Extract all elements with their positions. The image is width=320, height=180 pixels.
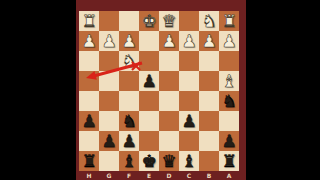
- black-rook-a8: ♜: [219, 151, 239, 171]
- square-b7[interactable]: [199, 131, 219, 151]
- square-f5[interactable]: [119, 91, 139, 111]
- square-f1[interactable]: [119, 11, 139, 31]
- square-c5[interactable]: [179, 91, 199, 111]
- white-pawn-a2: ♟: [219, 31, 239, 51]
- square-e5[interactable]: [139, 91, 159, 111]
- square-g5[interactable]: [99, 91, 119, 111]
- file-label-a: A: [219, 171, 239, 180]
- black-bishop-c8: ♝: [179, 151, 199, 171]
- white-queen-d1: ♛: [159, 11, 179, 31]
- black-pawn-f7: ♟: [119, 131, 139, 151]
- square-f2[interactable]: ♟: [119, 31, 139, 51]
- square-d2[interactable]: ♟: [159, 31, 179, 51]
- square-d8[interactable]: ♛: [159, 151, 179, 171]
- square-f6[interactable]: ♞: [119, 111, 139, 131]
- chess-board-frame: ♜♚♛♞♜♟♟♟♟♟♟♟♞♟♝♞♟♞♟♟♟♟♜♝♚♛♝♜ HGFEDCBA: [76, 0, 246, 180]
- square-e8[interactable]: ♚: [139, 151, 159, 171]
- square-d5[interactable]: [159, 91, 179, 111]
- white-pawn-b2: ♟: [199, 31, 219, 51]
- black-pawn-a7: ♟: [219, 131, 239, 151]
- square-e6[interactable]: [139, 111, 159, 131]
- square-e3[interactable]: [139, 51, 159, 71]
- square-f3[interactable]: ♞: [119, 51, 139, 71]
- square-a6[interactable]: [219, 111, 239, 131]
- file-labels: HGFEDCBA: [79, 171, 239, 180]
- file-label-d: D: [159, 171, 179, 180]
- square-d4[interactable]: [159, 71, 179, 91]
- square-d7[interactable]: [159, 131, 179, 151]
- square-h1[interactable]: ♜: [79, 11, 99, 31]
- black-pawn-e4: ♟: [139, 71, 159, 91]
- black-pawn-c6: ♟: [179, 111, 199, 131]
- square-c7[interactable]: [179, 131, 199, 151]
- white-rook-a1: ♜: [219, 11, 239, 31]
- square-e4[interactable]: ♟: [139, 71, 159, 91]
- white-pawn-d2: ♟: [159, 31, 179, 51]
- file-label-h: H: [79, 171, 99, 180]
- square-a4[interactable]: ♝: [219, 71, 239, 91]
- square-b4[interactable]: [199, 71, 219, 91]
- file-label-b: B: [199, 171, 219, 180]
- square-g6[interactable]: [99, 111, 119, 131]
- black-queen-d8: ♛: [159, 151, 179, 171]
- square-c2[interactable]: ♟: [179, 31, 199, 51]
- square-g8[interactable]: [99, 151, 119, 171]
- video-frame: { "game": "chess", "perspective": "black…: [0, 0, 320, 180]
- square-h3[interactable]: [79, 51, 99, 71]
- square-d6[interactable]: [159, 111, 179, 131]
- white-pawn-c2: ♟: [179, 31, 199, 51]
- square-f7[interactable]: ♟: [119, 131, 139, 151]
- square-d3[interactable]: [159, 51, 179, 71]
- white-pawn-g2: ♟: [99, 31, 119, 51]
- square-c1[interactable]: [179, 11, 199, 31]
- square-h8[interactable]: ♜: [79, 151, 99, 171]
- square-h6[interactable]: ♟: [79, 111, 99, 131]
- black-king-e8: ♚: [139, 151, 159, 171]
- square-g3[interactable]: [99, 51, 119, 71]
- square-h2[interactable]: ♟: [79, 31, 99, 51]
- white-knight-b1: ♞: [199, 11, 219, 31]
- square-b2[interactable]: ♟: [199, 31, 219, 51]
- square-a1[interactable]: ♜: [219, 11, 239, 31]
- file-label-c: C: [179, 171, 199, 180]
- black-rook-h8: ♜: [79, 151, 99, 171]
- square-c8[interactable]: ♝: [179, 151, 199, 171]
- square-e7[interactable]: [139, 131, 159, 151]
- square-b1[interactable]: ♞: [199, 11, 219, 31]
- chess-board: ♜♚♛♞♜♟♟♟♟♟♟♟♞♟♝♞♟♞♟♟♟♟♜♝♚♛♝♜: [79, 11, 239, 171]
- black-pawn-g7: ♟: [99, 131, 119, 151]
- white-rook-h1: ♜: [79, 11, 99, 31]
- white-pawn-h2: ♟: [79, 31, 99, 51]
- square-d1[interactable]: ♛: [159, 11, 179, 31]
- white-bishop-a4: ♝: [219, 71, 239, 91]
- square-b6[interactable]: [199, 111, 219, 131]
- square-f8[interactable]: ♝: [119, 151, 139, 171]
- square-a3[interactable]: [219, 51, 239, 71]
- white-pawn-f2: ♟: [119, 31, 139, 51]
- square-e2[interactable]: [139, 31, 159, 51]
- white-king-e1: ♚: [139, 11, 159, 31]
- square-b5[interactable]: [199, 91, 219, 111]
- square-a5[interactable]: ♞: [219, 91, 239, 111]
- square-b3[interactable]: [199, 51, 219, 71]
- square-e1[interactable]: ♚: [139, 11, 159, 31]
- square-f4[interactable]: [119, 71, 139, 91]
- black-pawn-h6: ♟: [79, 111, 99, 131]
- square-b8[interactable]: [199, 151, 219, 171]
- square-a2[interactable]: ♟: [219, 31, 239, 51]
- square-g4[interactable]: [99, 71, 119, 91]
- square-c3[interactable]: [179, 51, 199, 71]
- black-knight-a5: ♞: [219, 91, 239, 111]
- file-label-e: E: [139, 171, 159, 180]
- black-bishop-f8: ♝: [119, 151, 139, 171]
- square-h7[interactable]: [79, 131, 99, 151]
- square-a8[interactable]: ♜: [219, 151, 239, 171]
- square-h5[interactable]: [79, 91, 99, 111]
- square-a7[interactable]: ♟: [219, 131, 239, 151]
- square-h4[interactable]: [79, 71, 99, 91]
- square-g7[interactable]: ♟: [99, 131, 119, 151]
- square-g2[interactable]: ♟: [99, 31, 119, 51]
- square-g1[interactable]: [99, 11, 119, 31]
- black-knight-f6: ♞: [119, 111, 139, 131]
- white-knight-f3: ♞: [119, 51, 139, 71]
- file-label-f: F: [119, 171, 139, 180]
- square-c6[interactable]: ♟: [179, 111, 199, 131]
- square-c4[interactable]: [179, 71, 199, 91]
- file-label-g: G: [99, 171, 119, 180]
